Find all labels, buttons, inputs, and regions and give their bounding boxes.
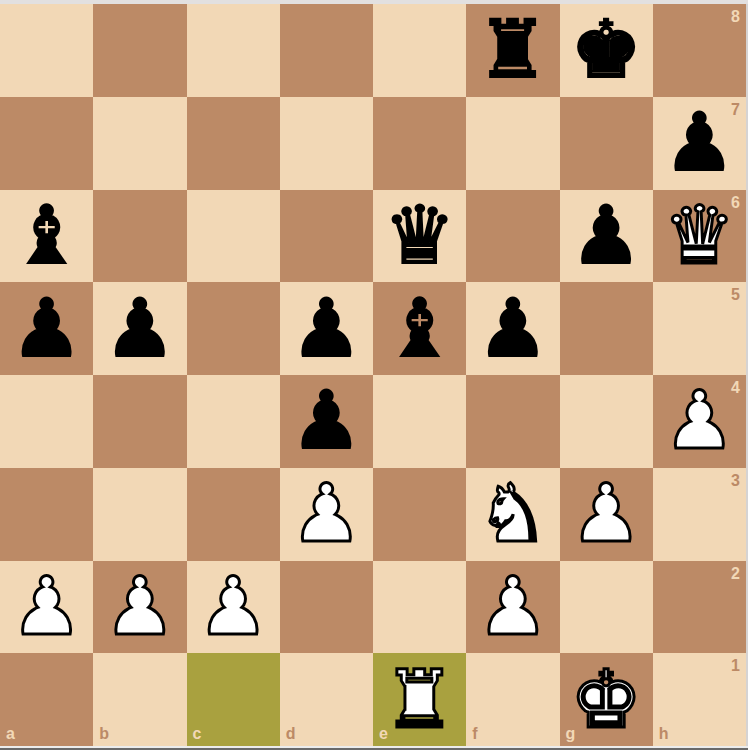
piece-black-pawn[interactable]: ♟	[280, 282, 373, 375]
piece-black-pawn[interactable]: ♟	[0, 282, 93, 375]
square-c7[interactable]	[187, 97, 280, 190]
piece-white-pawn[interactable]: ♟	[466, 561, 559, 654]
square-a3[interactable]	[0, 468, 93, 561]
square-d7[interactable]	[280, 97, 373, 190]
square-a1[interactable]: a	[0, 653, 93, 746]
square-f5[interactable]: ♟	[466, 282, 559, 375]
square-b2[interactable]: ♟	[93, 561, 186, 654]
square-a5[interactable]: ♟	[0, 282, 93, 375]
chess-board: ♜ ♚ 8 7 ♟ ♝ ♛ ♟ 6 ♛ ♟ ♟ ♟ ♝ ♟	[0, 4, 746, 746]
piece-white-pawn[interactable]: ♟	[187, 561, 280, 654]
square-b7[interactable]	[93, 97, 186, 190]
square-h6[interactable]: 6 ♛	[653, 190, 746, 283]
piece-white-pawn[interactable]: ♟	[560, 468, 653, 561]
square-h8[interactable]: 8	[653, 4, 746, 97]
square-f4[interactable]	[466, 375, 559, 468]
square-h4[interactable]: 4 ♟	[653, 375, 746, 468]
page: ♜ ♚ 8 7 ♟ ♝ ♛ ♟ 6 ♛ ♟ ♟ ♟ ♝ ♟	[0, 0, 748, 750]
square-b1[interactable]: b	[93, 653, 186, 746]
square-b8[interactable]	[93, 4, 186, 97]
piece-black-pawn[interactable]: ♟	[93, 282, 186, 375]
square-d2[interactable]	[280, 561, 373, 654]
square-f8[interactable]: ♜	[466, 4, 559, 97]
square-d4[interactable]: ♟	[280, 375, 373, 468]
square-f6[interactable]	[466, 190, 559, 283]
square-e6[interactable]: ♛	[373, 190, 466, 283]
file-label-d: d	[286, 726, 296, 742]
piece-black-king[interactable]: ♚	[560, 4, 653, 97]
piece-black-queen[interactable]: ♛	[373, 190, 466, 283]
square-a6[interactable]: ♝	[0, 190, 93, 283]
piece-white-rook[interactable]: ♜	[373, 653, 466, 746]
square-c3[interactable]	[187, 468, 280, 561]
file-label-a: a	[6, 726, 15, 742]
square-g2[interactable]	[560, 561, 653, 654]
square-h2[interactable]: 2	[653, 561, 746, 654]
piece-black-pawn[interactable]: ♟	[560, 190, 653, 283]
piece-white-king[interactable]: ♚	[560, 653, 653, 746]
piece-white-pawn[interactable]: ♟	[0, 561, 93, 654]
square-c1[interactable]: c	[187, 653, 280, 746]
piece-white-pawn[interactable]: ♟	[280, 468, 373, 561]
piece-white-queen[interactable]: ♛	[653, 190, 746, 283]
piece-white-pawn[interactable]: ♟	[653, 375, 746, 468]
square-c2[interactable]: ♟	[187, 561, 280, 654]
square-h3[interactable]: 3	[653, 468, 746, 561]
square-g5[interactable]	[560, 282, 653, 375]
piece-black-rook[interactable]: ♜	[466, 4, 559, 97]
square-b6[interactable]	[93, 190, 186, 283]
square-a7[interactable]	[0, 97, 93, 190]
square-e5[interactable]: ♝	[373, 282, 466, 375]
piece-black-pawn[interactable]: ♟	[653, 97, 746, 190]
piece-black-bishop[interactable]: ♝	[0, 190, 93, 283]
square-f3[interactable]: ♞	[466, 468, 559, 561]
piece-black-pawn[interactable]: ♟	[280, 375, 373, 468]
square-c6[interactable]	[187, 190, 280, 283]
file-label-c: c	[193, 726, 202, 742]
square-e7[interactable]	[373, 97, 466, 190]
square-b4[interactable]	[93, 375, 186, 468]
square-f7[interactable]	[466, 97, 559, 190]
square-e3[interactable]	[373, 468, 466, 561]
square-h1[interactable]: h 1	[653, 653, 746, 746]
piece-white-knight[interactable]: ♞	[466, 468, 559, 561]
square-c8[interactable]	[187, 4, 280, 97]
square-e4[interactable]	[373, 375, 466, 468]
square-g7[interactable]	[560, 97, 653, 190]
square-e2[interactable]	[373, 561, 466, 654]
square-b5[interactable]: ♟	[93, 282, 186, 375]
square-g4[interactable]	[560, 375, 653, 468]
file-label-f: f	[472, 726, 477, 742]
square-d6[interactable]	[280, 190, 373, 283]
piece-black-bishop[interactable]: ♝	[373, 282, 466, 375]
square-h7[interactable]: 7 ♟	[653, 97, 746, 190]
square-c4[interactable]	[187, 375, 280, 468]
square-d3[interactable]: ♟	[280, 468, 373, 561]
square-f2[interactable]: ♟	[466, 561, 559, 654]
rank-label-2: 2	[731, 566, 740, 582]
square-f1[interactable]: f	[466, 653, 559, 746]
square-b3[interactable]	[93, 468, 186, 561]
file-label-h: h	[659, 726, 669, 742]
square-g6[interactable]: ♟	[560, 190, 653, 283]
square-d1[interactable]: d	[280, 653, 373, 746]
rank-label-3: 3	[731, 473, 740, 489]
square-e1[interactable]: e ♜	[373, 653, 466, 746]
square-g3[interactable]: ♟	[560, 468, 653, 561]
rank-label-8: 8	[731, 9, 740, 25]
square-g8[interactable]: ♚	[560, 4, 653, 97]
square-c5[interactable]	[187, 282, 280, 375]
square-a4[interactable]	[0, 375, 93, 468]
rank-label-5: 5	[731, 287, 740, 303]
square-h5[interactable]: 5	[653, 282, 746, 375]
square-e8[interactable]	[373, 4, 466, 97]
square-a8[interactable]	[0, 4, 93, 97]
square-d5[interactable]: ♟	[280, 282, 373, 375]
piece-white-pawn[interactable]: ♟	[93, 561, 186, 654]
square-a2[interactable]: ♟	[0, 561, 93, 654]
square-g1[interactable]: g ♚	[560, 653, 653, 746]
piece-black-pawn[interactable]: ♟	[466, 282, 559, 375]
square-d8[interactable]	[280, 4, 373, 97]
rank-label-1: 1	[731, 658, 740, 674]
file-label-b: b	[99, 726, 109, 742]
